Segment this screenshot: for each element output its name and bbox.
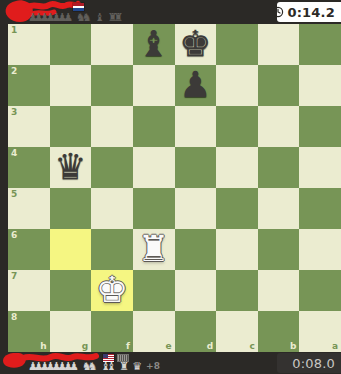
square-f1[interactable] [91,24,133,65]
top-clock-time: 0:14.2 [287,5,335,20]
captured-group: ♟♟♟♟♟♟♟♟ [28,361,79,372]
square-c2[interactable] [216,65,258,106]
square-h8[interactable]: 8h [8,311,50,352]
square-h3[interactable]: 3 [8,106,50,147]
piece-black-pawn[interactable]: ♟ [179,67,211,103]
square-a5[interactable] [299,188,341,229]
square-a8[interactable]: a [299,311,341,352]
square-f6[interactable] [91,229,133,270]
square-e7[interactable] [133,270,175,311]
square-b4[interactable] [258,147,300,188]
bottom-player-bar: ♟♟♟♟♟♟♟♟♞♞♝♝♜♛+8 0:08.0 [0,352,341,374]
square-a4[interactable] [299,147,341,188]
rank-label-3: 3 [11,107,17,117]
square-g3[interactable] [50,106,92,147]
square-f7[interactable]: ♚ [91,270,133,311]
netherlands-flag-icon [73,3,84,11]
top-player-bar: ♟♟♟♟♟♟♟♞♞♝♜♜ 0:14.2 [0,0,341,24]
file-label-h: h [40,341,46,351]
chess-board[interactable]: 1♝♚2♟34♛56♜7♚8hgfedcba [8,24,341,352]
chess-app: ♟♟♟♟♟♟♟♞♞♝♜♜ 0:14.2 1♝♚2♟34♛56♜7♚8hgfedc… [0,0,341,374]
piece-black-king[interactable]: ♚ [179,26,211,62]
square-b6[interactable] [258,229,300,270]
file-label-c: c [249,341,254,351]
square-c1[interactable] [216,24,258,65]
square-h5[interactable]: 5 [8,188,50,229]
square-e5[interactable] [133,188,175,229]
file-label-e: e [165,341,171,351]
bottom-clock-time: 0:08.0 [292,356,335,371]
piece-black-queen[interactable]: ♛ [54,149,86,185]
square-e3[interactable] [133,106,175,147]
file-label-a: a [332,341,338,351]
square-e4[interactable] [133,147,175,188]
square-g8[interactable]: g [50,311,92,352]
captured-group: ♞♞ [82,361,98,372]
piece-black-bishop[interactable]: ♝ [138,26,170,62]
square-c3[interactable] [216,106,258,147]
bottom-player-clock: 0:08.0 [277,353,341,373]
square-d2[interactable]: ♟ [175,65,217,106]
square-h6[interactable]: 6 [8,229,50,270]
clock-icon [272,6,284,18]
square-g2[interactable] [50,65,92,106]
square-d7[interactable] [175,270,217,311]
captured-group: ♝♝ [101,361,117,372]
material-advantage: +8 [146,362,160,371]
square-f4[interactable] [91,147,133,188]
piece-white-king[interactable]: ♚ [96,272,128,308]
square-f5[interactable] [91,188,133,229]
square-g4[interactable]: ♛ [50,147,92,188]
captured-group: ♞♞ [76,12,92,23]
square-d4[interactable] [175,147,217,188]
captured-group: ♜ [119,361,129,372]
square-b3[interactable] [258,106,300,147]
rank-label-4: 4 [11,148,17,158]
square-d1[interactable]: ♚ [175,24,217,65]
square-g1[interactable] [50,24,92,65]
square-f2[interactable] [91,65,133,106]
square-a2[interactable] [299,65,341,106]
file-label-b: b [290,341,296,351]
square-b8[interactable]: b [258,311,300,352]
square-h2[interactable]: 2 [8,65,50,106]
square-e6[interactable]: ♜ [133,229,175,270]
square-c5[interactable] [216,188,258,229]
square-e2[interactable] [133,65,175,106]
square-e1[interactable]: ♝ [133,24,175,65]
square-e8[interactable]: e [133,311,175,352]
rank-label-5: 5 [11,189,17,199]
square-b2[interactable] [258,65,300,106]
square-g6[interactable] [50,229,92,270]
square-c8[interactable]: c [216,311,258,352]
captured-pieces-bottom: ♟♟♟♟♟♟♟♟♞♞♝♝♜♛+8 [28,361,160,372]
square-d8[interactable]: d [175,311,217,352]
square-b7[interactable] [258,270,300,311]
captured-pieces-top: ♟♟♟♟♟♟♟♞♞♝♜♜ [28,12,123,23]
square-c6[interactable] [216,229,258,270]
square-f3[interactable] [91,106,133,147]
file-label-f: f [126,341,130,351]
captured-group: ♜♜ [108,12,124,23]
square-h7[interactable]: 7 [8,270,50,311]
piece-white-rook[interactable]: ♜ [138,231,170,267]
square-g5[interactable] [50,188,92,229]
square-c4[interactable] [216,147,258,188]
square-b5[interactable] [258,188,300,229]
square-a3[interactable] [299,106,341,147]
square-d6[interactable] [175,229,217,270]
square-h1[interactable]: 1 [8,24,50,65]
rank-label-7: 7 [11,271,17,281]
square-d3[interactable] [175,106,217,147]
rank-label-2: 2 [11,66,17,76]
square-a7[interactable] [299,270,341,311]
square-a1[interactable] [299,24,341,65]
square-c7[interactable] [216,270,258,311]
square-a6[interactable] [299,229,341,270]
file-label-g: g [82,341,88,351]
rank-label-8: 8 [11,312,17,322]
square-h4[interactable]: 4 [8,147,50,188]
captured-group: ♝ [95,12,105,23]
square-b1[interactable] [258,24,300,65]
captured-group: ♟♟♟♟♟♟♟ [28,12,73,23]
square-f8[interactable]: f [91,311,133,352]
square-g7[interactable] [50,270,92,311]
square-d5[interactable] [175,188,217,229]
file-label-d: d [207,341,213,351]
captured-group: ♛ [132,361,142,372]
rank-label-6: 6 [11,230,17,240]
top-player-clock: 0:14.2 [277,2,341,22]
rank-label-1: 1 [11,25,17,35]
